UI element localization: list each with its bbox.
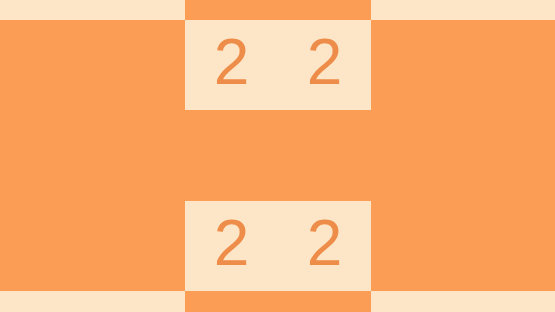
cell-r2-c3-covered[interactable] (278, 110, 371, 201)
cell-r4-c2-covered[interactable] (185, 291, 278, 312)
cell-r4-c0-revealed-blank[interactable] (0, 291, 92, 312)
cell-r1-c1-covered[interactable] (92, 20, 185, 111)
cell-r0-c0-revealed-blank[interactable] (0, 0, 92, 20)
cell-digit: 2 (214, 25, 250, 99)
cell-r2-c0-covered[interactable] (0, 110, 92, 201)
cell-r2-c1-covered[interactable] (92, 110, 185, 201)
cell-digit: 2 (307, 25, 343, 99)
cell-r3-c1-covered[interactable] (92, 201, 185, 292)
cell-r3-c2-number-2[interactable]: 2 (185, 201, 278, 292)
cell-r4-c3-covered[interactable] (278, 291, 371, 312)
cell-digit: 2 (307, 206, 343, 280)
cell-digit: 2 (214, 206, 250, 280)
cell-r1-c4-covered[interactable] (371, 20, 464, 111)
cell-r2-c4-covered[interactable] (371, 110, 464, 201)
cell-r3-c5-covered[interactable] (464, 201, 555, 292)
game-board-viewport: 2222 (0, 0, 555, 312)
cell-r0-c1-revealed-blank[interactable] (92, 0, 185, 20)
cell-r1-c5-covered[interactable] (464, 20, 555, 111)
cell-r4-c1-revealed-blank[interactable] (92, 291, 185, 312)
cell-r1-c3-number-2[interactable]: 2 (278, 20, 371, 111)
game-board-grid: 2222 (0, 0, 555, 312)
cell-r0-c4-revealed-blank[interactable] (371, 0, 464, 20)
cell-r4-c4-revealed-blank[interactable] (371, 291, 464, 312)
cell-r2-c5-covered[interactable] (464, 110, 555, 201)
cell-r0-c2-covered[interactable] (185, 0, 278, 20)
cell-r1-c0-covered[interactable] (0, 20, 92, 111)
cell-r3-c0-covered[interactable] (0, 201, 92, 292)
cell-r3-c3-number-2[interactable]: 2 (278, 201, 371, 292)
cell-r0-c3-covered[interactable] (278, 0, 371, 20)
cell-r1-c2-number-2[interactable]: 2 (185, 20, 278, 111)
cell-r3-c4-covered[interactable] (371, 201, 464, 292)
cell-r2-c2-covered[interactable] (185, 110, 278, 201)
cell-r0-c5-revealed-blank[interactable] (464, 0, 555, 20)
cell-r4-c5-revealed-blank[interactable] (464, 291, 555, 312)
